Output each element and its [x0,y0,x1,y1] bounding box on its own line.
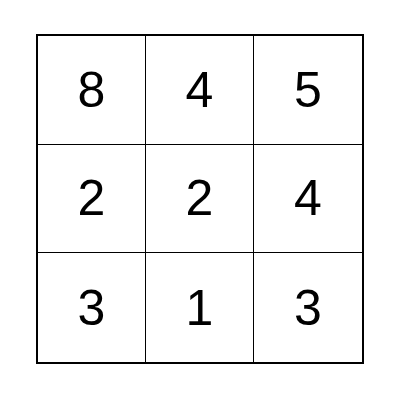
grid-cell-r2c2[interactable]: 3 [254,253,362,362]
puzzle-board: 8 4 5 2 2 4 3 1 3 [36,34,364,364]
grid-cell-r1c1[interactable]: 2 [146,145,254,254]
grid-cell-r0c1[interactable]: 4 [146,36,254,145]
grid-cell-r0c0[interactable]: 8 [38,36,146,145]
grid-cell-r1c0[interactable]: 2 [38,145,146,254]
grid-cell-r0c2[interactable]: 5 [254,36,362,145]
grid-cell-r1c2[interactable]: 4 [254,145,362,254]
grid-cell-r2c0[interactable]: 3 [38,253,146,362]
grid-cell-r2c1[interactable]: 1 [146,253,254,362]
